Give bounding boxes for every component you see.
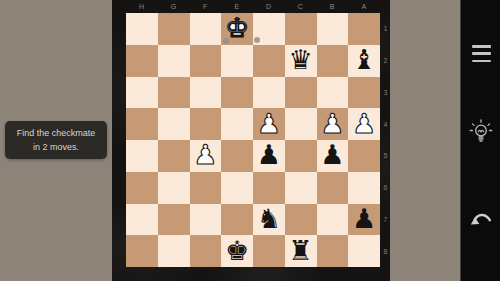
- square-b1[interactable]: [317, 13, 349, 45]
- hamburger-menu-icon: [472, 45, 491, 48]
- file-label-a: A: [348, 1, 380, 12]
- black-queen-c2[interactable]: ♛: [285, 44, 317, 76]
- file-label-h: H: [126, 1, 158, 12]
- rank-label-3: 3: [380, 77, 391, 109]
- square-h8[interactable]: [126, 235, 158, 267]
- square-e3[interactable]: [221, 77, 253, 109]
- black-pawn-d5[interactable]: ♟: [253, 139, 285, 171]
- file-label-g: G: [158, 1, 190, 12]
- square-h5[interactable]: [126, 140, 158, 172]
- square-f2[interactable]: [190, 45, 222, 77]
- square-f6[interactable]: [190, 172, 222, 204]
- square-e2[interactable]: [221, 45, 253, 77]
- square-h4[interactable]: [126, 108, 158, 140]
- black-knight-d7[interactable]: ♞: [253, 203, 285, 235]
- square-b8[interactable]: [317, 235, 349, 267]
- rank-label-6: 6: [380, 172, 391, 204]
- file-labels: HGFEDCBA: [126, 1, 380, 12]
- square-f8[interactable]: [190, 235, 222, 267]
- file-label-b: B: [317, 1, 349, 12]
- undo-button[interactable]: [468, 209, 494, 229]
- square-b6[interactable]: [317, 172, 349, 204]
- square-a3[interactable]: [348, 77, 380, 109]
- lightbulb-icon: [469, 119, 493, 146]
- square-e5[interactable]: [221, 140, 253, 172]
- menu-button[interactable]: [472, 45, 491, 62]
- square-b7[interactable]: [317, 204, 349, 236]
- app-window: HGFEDCBA 12345678 ♚♛♝♟♟♟♟♟♟♞♟♜♚ Find the…: [0, 0, 500, 281]
- square-a5[interactable]: [348, 140, 380, 172]
- undo-arrow-icon: [468, 209, 494, 229]
- move-hint-dot-1: [223, 38, 229, 44]
- move-hint-dot-2: [254, 37, 260, 43]
- square-e7[interactable]: [221, 204, 253, 236]
- square-e6[interactable]: [221, 172, 253, 204]
- square-g3[interactable]: [158, 77, 190, 109]
- square-g7[interactable]: [158, 204, 190, 236]
- rank-label-1: 1: [380, 13, 391, 45]
- file-label-e: E: [221, 1, 253, 12]
- tooltip-line-2: in 2 moves.: [33, 140, 79, 154]
- square-a6[interactable]: [348, 172, 380, 204]
- white-pawn-f5[interactable]: ♟: [190, 139, 222, 171]
- square-d3[interactable]: [253, 77, 285, 109]
- square-c6[interactable]: [285, 172, 317, 204]
- black-rook-c8[interactable]: ♜: [285, 234, 317, 266]
- square-g1[interactable]: [158, 13, 190, 45]
- chess-board[interactable]: ♚♛♝♟♟♟♟♟♟♞♟♜♚: [126, 13, 380, 267]
- rank-label-4: 4: [380, 108, 391, 140]
- file-label-d: D: [253, 1, 285, 12]
- square-a8[interactable]: [348, 235, 380, 267]
- square-b3[interactable]: [317, 77, 349, 109]
- white-pawn-a4[interactable]: ♟: [348, 107, 380, 139]
- rank-label-2: 2: [380, 45, 391, 77]
- rank-label-7: 7: [380, 204, 391, 236]
- hint-button[interactable]: [469, 119, 493, 146]
- white-pawn-b4[interactable]: ♟: [317, 107, 349, 139]
- square-d8[interactable]: [253, 235, 285, 267]
- square-f1[interactable]: [190, 13, 222, 45]
- square-e4[interactable]: [221, 108, 253, 140]
- square-h3[interactable]: [126, 77, 158, 109]
- square-h7[interactable]: [126, 204, 158, 236]
- puzzle-tooltip: Find the checkmate in 2 moves.: [5, 121, 107, 159]
- black-bishop-a2[interactable]: ♝: [348, 44, 380, 76]
- right-toolbar: [460, 0, 500, 281]
- square-c1[interactable]: [285, 13, 317, 45]
- black-king-e8[interactable]: ♚: [221, 234, 253, 266]
- square-g5[interactable]: [158, 140, 190, 172]
- black-pawn-a7[interactable]: ♟: [348, 203, 380, 235]
- square-f3[interactable]: [190, 77, 222, 109]
- white-pawn-d4[interactable]: ♟: [253, 107, 285, 139]
- square-g2[interactable]: [158, 45, 190, 77]
- rank-label-8: 8: [380, 235, 391, 267]
- square-f4[interactable]: [190, 108, 222, 140]
- square-h6[interactable]: [126, 172, 158, 204]
- square-a1[interactable]: [348, 13, 380, 45]
- square-d6[interactable]: [253, 172, 285, 204]
- square-h2[interactable]: [126, 45, 158, 77]
- square-g6[interactable]: [158, 172, 190, 204]
- file-label-c: C: [285, 1, 317, 12]
- square-c4[interactable]: [285, 108, 317, 140]
- file-label-f: F: [190, 1, 222, 12]
- square-d2[interactable]: [253, 45, 285, 77]
- square-c3[interactable]: [285, 77, 317, 109]
- square-g4[interactable]: [158, 108, 190, 140]
- tooltip-line-1: Find the checkmate: [17, 126, 96, 140]
- square-g8[interactable]: [158, 235, 190, 267]
- black-pawn-b5[interactable]: ♟: [317, 139, 349, 171]
- rank-labels: 12345678: [380, 13, 391, 267]
- square-b2[interactable]: [317, 45, 349, 77]
- rank-label-5: 5: [380, 140, 391, 172]
- square-f7[interactable]: [190, 204, 222, 236]
- square-h1[interactable]: [126, 13, 158, 45]
- square-c5[interactable]: [285, 140, 317, 172]
- square-c7[interactable]: [285, 204, 317, 236]
